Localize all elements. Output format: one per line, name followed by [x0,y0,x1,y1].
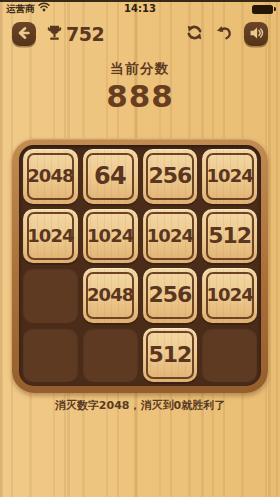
tile-value: 512 [208,225,251,247]
tile-2048[interactable]: 2048 [23,149,78,204]
tile-1024[interactable]: 1024 [83,209,138,264]
tile-frame: 2048 [86,272,134,320]
refresh-button[interactable] [184,24,204,44]
tile-frame: 256 [146,272,194,320]
tile-512[interactable]: 512 [202,209,257,264]
refresh-icon [185,23,204,45]
tile-frame: 512 [206,212,254,260]
back-arrow-icon [16,25,32,44]
tile-1024[interactable]: 1024 [143,209,198,264]
speaker-on-icon [248,25,264,44]
trophy-score-group: 752 [47,23,104,45]
trophy-icon [47,24,62,45]
undo-arrow-icon [216,24,233,44]
tile-value: 1024 [207,167,253,185]
score-label: 当前分数 [0,60,280,78]
tile-value: 256 [148,165,191,187]
tile-512[interactable]: 512 [143,328,198,383]
tile-2048[interactable]: 2048 [83,268,138,323]
tile-1024[interactable]: 1024 [202,149,257,204]
board-grid: 2048642561024102410241024512204825610245… [19,145,261,386]
tile-frame: 64 [86,153,134,201]
tile-value: 2048 [87,286,133,304]
sound-button[interactable] [244,22,268,46]
tile-value: 1024 [87,227,133,245]
empty-cell [202,328,257,383]
empty-cell [83,328,138,383]
nav-bar: 752 [0,20,280,48]
game-screen: 运营商 14:13 [0,0,280,497]
tile-frame: 2048 [27,153,75,201]
nav-right-group [184,22,268,46]
tile-frame: 512 [146,331,194,379]
score-section: 当前分数 888 [0,60,280,112]
tile-frame: 1024 [27,212,75,260]
tile-frame: 1024 [86,212,134,260]
clock: 14:13 [0,2,280,16]
hint-text: 消灭数字2048，消灭到0就胜利了 [0,398,280,413]
tile-value: 1024 [27,227,73,245]
tile-frame: 1024 [146,212,194,260]
score-value: 888 [0,81,280,112]
tile-value: 64 [94,164,126,188]
empty-cell [23,328,78,383]
back-button[interactable] [12,22,36,46]
tile-64[interactable]: 64 [83,149,138,204]
battery-icon [252,5,273,14]
trophy-score: 752 [66,23,104,45]
tile-frame: 1024 [206,153,254,201]
tile-value: 512 [148,344,191,366]
undo-button[interactable] [214,24,234,44]
tile-256[interactable]: 256 [143,149,198,204]
tile-256[interactable]: 256 [143,268,198,323]
empty-cell [23,268,78,323]
board: 2048642561024102410241024512204825610245… [12,138,268,393]
tile-frame: 256 [146,153,194,201]
status-bar: 运营商 14:13 [0,2,280,16]
tile-frame: 1024 [206,272,254,320]
tile-1024[interactable]: 1024 [202,268,257,323]
tile-value: 1024 [147,227,193,245]
tile-value: 2048 [27,167,73,185]
tile-value: 256 [148,284,191,306]
tile-value: 1024 [207,286,253,304]
tile-1024[interactable]: 1024 [23,209,78,264]
